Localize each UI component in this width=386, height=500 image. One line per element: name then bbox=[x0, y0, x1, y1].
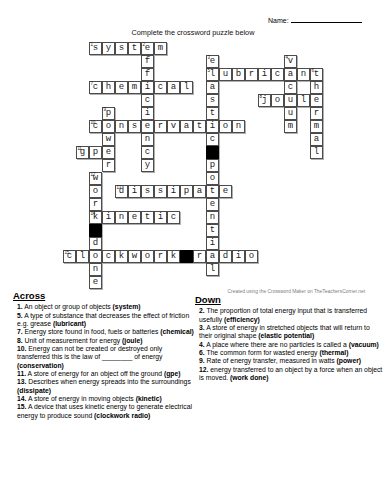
grid-cell[interactable]: i bbox=[167, 185, 180, 198]
grid-cell-black bbox=[206, 146, 219, 159]
grid-cell[interactable]: a bbox=[193, 185, 206, 198]
grid-cell[interactable]: w bbox=[128, 250, 141, 263]
clue-number: 15. bbox=[17, 403, 26, 410]
grid-cell[interactable]: c bbox=[206, 133, 219, 146]
clue-item: 14. A store of energy in moving objects … bbox=[13, 395, 194, 403]
across-section: Across 1. An object or group of objects … bbox=[13, 292, 194, 420]
clue-answer: (work done) bbox=[230, 374, 269, 381]
clue-answer: (elastic potential) bbox=[258, 332, 314, 339]
clue-number-in-cell: 12 bbox=[91, 173, 95, 178]
grid-cell[interactable]: o bbox=[245, 250, 258, 263]
clue-number: 5. bbox=[17, 312, 23, 319]
grid-cell[interactable]: n bbox=[115, 211, 128, 224]
clue-item: 5. A type of substance that decreases th… bbox=[13, 312, 194, 329]
grid-cell[interactable]: l bbox=[206, 263, 219, 276]
grid-cell[interactable]: u bbox=[284, 94, 297, 107]
clue-item: 11. A store of energy for an object off … bbox=[13, 370, 194, 378]
grid-cell[interactable]: i bbox=[206, 120, 219, 133]
grid-cell[interactable]: 4v bbox=[284, 55, 297, 68]
grid-cell[interactable]: d bbox=[89, 237, 102, 250]
grid-cell[interactable]: p bbox=[180, 185, 193, 198]
clue-answer: (clockwork radio) bbox=[94, 412, 150, 419]
grid-cell[interactable]: t bbox=[206, 224, 219, 237]
clue-item: 9. Rate of energy transfer, measured in … bbox=[195, 357, 384, 365]
grid-cell[interactable]: l bbox=[310, 146, 323, 159]
clue-number: 12. bbox=[199, 366, 208, 373]
grid-cell[interactable]: e bbox=[141, 120, 154, 133]
grid-cell[interactable]: a bbox=[167, 81, 180, 94]
grid-cell[interactable]: m bbox=[128, 81, 141, 94]
grid-cell[interactable]: 15c bbox=[63, 250, 76, 263]
grid-cell[interactable]: i bbox=[102, 211, 115, 224]
grid-cell[interactable]: c bbox=[102, 250, 115, 263]
grid-cell[interactable]: 3e bbox=[206, 55, 219, 68]
grid-cell[interactable]: r bbox=[245, 68, 258, 81]
grid-cell[interactable]: 13d bbox=[115, 185, 128, 198]
clue-number-in-cell: 2 bbox=[143, 43, 145, 48]
grid-cell[interactable]: i bbox=[232, 250, 245, 263]
clue-item: 1. An object or group of objects (system… bbox=[13, 303, 194, 311]
grid-cell[interactable]: e bbox=[89, 276, 102, 289]
grid-cell[interactable]: s bbox=[128, 120, 141, 133]
grid-cell[interactable]: s bbox=[206, 94, 219, 107]
clue-number-in-cell: 3 bbox=[208, 56, 210, 61]
across-clues-list: 1. An object or group of objects (system… bbox=[13, 303, 194, 420]
page-title: Complete the crossword puzzle below bbox=[0, 28, 386, 37]
clue-item: 2. The proportion of total energy input … bbox=[195, 307, 384, 324]
grid-cell[interactable]: m bbox=[284, 120, 297, 133]
down-clues-list: 2. The proportion of total energy input … bbox=[195, 307, 384, 382]
clue-number-in-cell: 15 bbox=[65, 251, 69, 256]
grid-cell[interactable]: 8j bbox=[258, 94, 271, 107]
crossword-grid: 1syst2emf3e4vf5lubrican6t7chemicalachcs8… bbox=[63, 42, 323, 289]
grid-cell[interactable]: k bbox=[115, 250, 128, 263]
clue-item: 3. A store of energy in stretched object… bbox=[195, 324, 384, 341]
grid-cell[interactable]: r bbox=[102, 159, 115, 172]
grid-cell[interactable]: 11g bbox=[76, 146, 89, 159]
grid-cell[interactable]: p bbox=[206, 159, 219, 172]
grid-cell[interactable]: i bbox=[258, 68, 271, 81]
clue-number-in-cell: 14 bbox=[91, 212, 95, 217]
grid-cell[interactable]: n bbox=[141, 133, 154, 146]
grid-cell[interactable]: t bbox=[141, 211, 154, 224]
clue-item: 6. The common form for wasted energy (th… bbox=[195, 349, 384, 357]
clue-number: 4. bbox=[199, 341, 205, 348]
clue-answer: (system) bbox=[113, 303, 141, 310]
clue-answer: (power) bbox=[337, 357, 362, 364]
grid-cell[interactable]: e bbox=[102, 146, 115, 159]
grid-cell-black bbox=[180, 250, 193, 263]
grid-cell[interactable]: 14k bbox=[89, 211, 102, 224]
clue-number: 1. bbox=[17, 303, 23, 310]
clue-answer: (thermal) bbox=[319, 349, 348, 356]
name-input-line[interactable] bbox=[291, 14, 362, 23]
grid-cell[interactable]: o bbox=[219, 120, 232, 133]
clue-answer: (efficiency) bbox=[224, 316, 260, 323]
grid-cell[interactable]: t bbox=[193, 120, 206, 133]
clue-number: 11. bbox=[17, 370, 26, 377]
credit-text: Created using the Crossword Maker on The… bbox=[228, 289, 365, 294]
clue-answer: (joule) bbox=[122, 337, 142, 344]
clue-number: 6. bbox=[199, 349, 205, 356]
grid-cell[interactable]: o bbox=[141, 250, 154, 263]
clue-number: 9. bbox=[199, 357, 205, 364]
grid-cell[interactable]: o bbox=[206, 172, 219, 185]
clue-answer: (dissipate) bbox=[17, 387, 51, 394]
grid-cell[interactable]: y bbox=[102, 42, 115, 55]
clue-number-in-cell: 11 bbox=[78, 147, 82, 152]
grid-cell[interactable]: n bbox=[232, 120, 245, 133]
grid-cell[interactable]: a bbox=[180, 120, 193, 133]
clue-number-in-cell: 10 bbox=[91, 121, 95, 126]
grid-cell[interactable]: o bbox=[102, 120, 115, 133]
clue-number: 14. bbox=[17, 395, 26, 402]
clue-number: 13. bbox=[17, 378, 26, 385]
grid-cell[interactable]: c bbox=[284, 81, 297, 94]
grid-cell[interactable]: r bbox=[193, 250, 206, 263]
grid-cell[interactable]: 9p bbox=[102, 107, 115, 120]
grid-cell[interactable]: h bbox=[102, 81, 115, 94]
grid-cell[interactable]: w bbox=[102, 133, 115, 146]
grid-cell[interactable]: e bbox=[115, 81, 128, 94]
grid-cell[interactable]: s bbox=[115, 42, 128, 55]
grid-cell[interactable]: a bbox=[206, 81, 219, 94]
grid-cell[interactable]: n bbox=[297, 68, 310, 81]
grid-cell[interactable]: f bbox=[141, 55, 154, 68]
grid-cell[interactable]: l bbox=[297, 94, 310, 107]
down-heading: Down bbox=[195, 296, 384, 304]
grid-cell[interactable]: c bbox=[154, 81, 167, 94]
grid-cell[interactable]: l bbox=[180, 81, 193, 94]
grid-cell[interactable]: c bbox=[167, 211, 180, 224]
grid-cell[interactable]: c bbox=[141, 146, 154, 159]
grid-cell[interactable]: 12w bbox=[89, 172, 102, 185]
clue-number-in-cell: 7 bbox=[91, 82, 93, 87]
clue-number: 8. bbox=[17, 337, 23, 344]
grid-cell[interactable]: e bbox=[128, 211, 141, 224]
grid-cell[interactable]: c bbox=[141, 94, 154, 107]
grid-cell[interactable]: l bbox=[76, 250, 89, 263]
clue-answer: (lubricant) bbox=[53, 320, 86, 327]
clue-number-in-cell: 6 bbox=[312, 69, 314, 74]
clue-item: 8. Unit of measurement for energy (joule… bbox=[13, 337, 194, 345]
grid-cell[interactable]: e bbox=[310, 94, 323, 107]
grid-cell[interactable]: 6t bbox=[310, 68, 323, 81]
grid-cell[interactable]: h bbox=[310, 81, 323, 94]
clue-answer: (vacuum) bbox=[349, 341, 379, 348]
grid-cell[interactable]: y bbox=[141, 159, 154, 172]
clue-answer: (gpe) bbox=[164, 370, 181, 377]
grid-cell[interactable]: c bbox=[271, 68, 284, 81]
grid-cell[interactable]: 1s bbox=[89, 42, 102, 55]
clue-number-in-cell: 1 bbox=[91, 43, 93, 48]
grid-cell[interactable]: 2e bbox=[141, 42, 154, 55]
clue-answer: (kinetic) bbox=[136, 395, 162, 402]
clue-number: 3. bbox=[199, 324, 205, 331]
grid-cell[interactable]: t bbox=[128, 42, 141, 55]
clue-number-in-cell: 5 bbox=[208, 69, 210, 74]
clue-number-in-cell: 9 bbox=[104, 108, 106, 113]
grid-cell[interactable]: a bbox=[310, 133, 323, 146]
down-section: Down 2. The proportion of total energy i… bbox=[195, 296, 384, 382]
grid-cell[interactable]: r bbox=[310, 107, 323, 120]
grid-cell[interactable]: u bbox=[219, 68, 232, 81]
clue-item: 12. energy transferred to an object by a… bbox=[195, 366, 384, 383]
grid-cell[interactable]: d bbox=[219, 250, 232, 263]
grid-cell[interactable]: i bbox=[141, 107, 154, 120]
grid-cell[interactable]: v bbox=[167, 120, 180, 133]
grid-cell[interactable]: r bbox=[154, 250, 167, 263]
grid-cell[interactable]: o bbox=[89, 185, 102, 198]
grid-cell[interactable]: r bbox=[89, 198, 102, 211]
name-label: Name: bbox=[268, 17, 289, 24]
grid-cell[interactable]: u bbox=[284, 107, 297, 120]
grid-cell[interactable]: o bbox=[89, 250, 102, 263]
clue-answer: (chemical) bbox=[160, 328, 194, 335]
grid-cell[interactable]: i bbox=[141, 81, 154, 94]
grid-cell[interactable]: r bbox=[154, 120, 167, 133]
grid-cell[interactable]: f bbox=[141, 68, 154, 81]
grid-cell[interactable]: a bbox=[206, 250, 219, 263]
clue-number: 2. bbox=[199, 307, 205, 314]
grid-cell[interactable]: p bbox=[89, 146, 102, 159]
grid-cell[interactable]: m bbox=[154, 42, 167, 55]
grid-cell[interactable]: 10c bbox=[89, 120, 102, 133]
clue-number-in-cell: 4 bbox=[286, 56, 288, 61]
grid-cell[interactable]: o bbox=[271, 94, 284, 107]
clue-item: 13. Describes when energy spreads into t… bbox=[13, 378, 194, 395]
grid-cell[interactable]: a bbox=[284, 68, 297, 81]
clue-number-in-cell: 8 bbox=[260, 95, 262, 100]
grid-cell[interactable]: b bbox=[232, 68, 245, 81]
grid-cell[interactable]: 7c bbox=[89, 81, 102, 94]
worksheet-page: Name: Complete the crossword puzzle belo… bbox=[0, 0, 386, 500]
grid-cell[interactable]: s bbox=[154, 185, 167, 198]
name-field: Name: bbox=[268, 14, 362, 24]
grid-cell[interactable]: i bbox=[206, 237, 219, 250]
clue-answer: (conservation) bbox=[17, 362, 64, 369]
grid-cell[interactable]: n bbox=[89, 263, 102, 276]
clue-number-in-cell: 13 bbox=[117, 186, 121, 191]
grid-cell[interactable]: s bbox=[141, 185, 154, 198]
clue-item: 4. A place where there are no particles … bbox=[195, 341, 384, 349]
clue-item: 15. A device that uses kinetic energy to… bbox=[13, 403, 194, 420]
clue-item: 7. Energy store found in food, fuels or … bbox=[13, 328, 194, 336]
clue-item: 10. Energy can not be created or destroy… bbox=[13, 345, 194, 370]
across-heading: Across bbox=[13, 292, 194, 300]
grid-cell[interactable]: n bbox=[206, 211, 219, 224]
grid-cell-black bbox=[89, 224, 102, 237]
grid-cell[interactable]: e bbox=[206, 198, 219, 211]
grid-cell[interactable]: t bbox=[206, 107, 219, 120]
grid-cell[interactable]: t bbox=[206, 185, 219, 198]
grid-cell[interactable]: k bbox=[167, 250, 180, 263]
grid-cell[interactable]: n bbox=[115, 120, 128, 133]
grid-cell[interactable]: i bbox=[154, 211, 167, 224]
grid-cell[interactable]: i bbox=[128, 185, 141, 198]
clue-number: 10. bbox=[17, 345, 26, 352]
clue-number: 7. bbox=[17, 328, 23, 335]
grid-cell[interactable]: e bbox=[219, 185, 232, 198]
grid-cell[interactable]: m bbox=[310, 120, 323, 133]
grid-cell[interactable]: 5l bbox=[206, 68, 219, 81]
